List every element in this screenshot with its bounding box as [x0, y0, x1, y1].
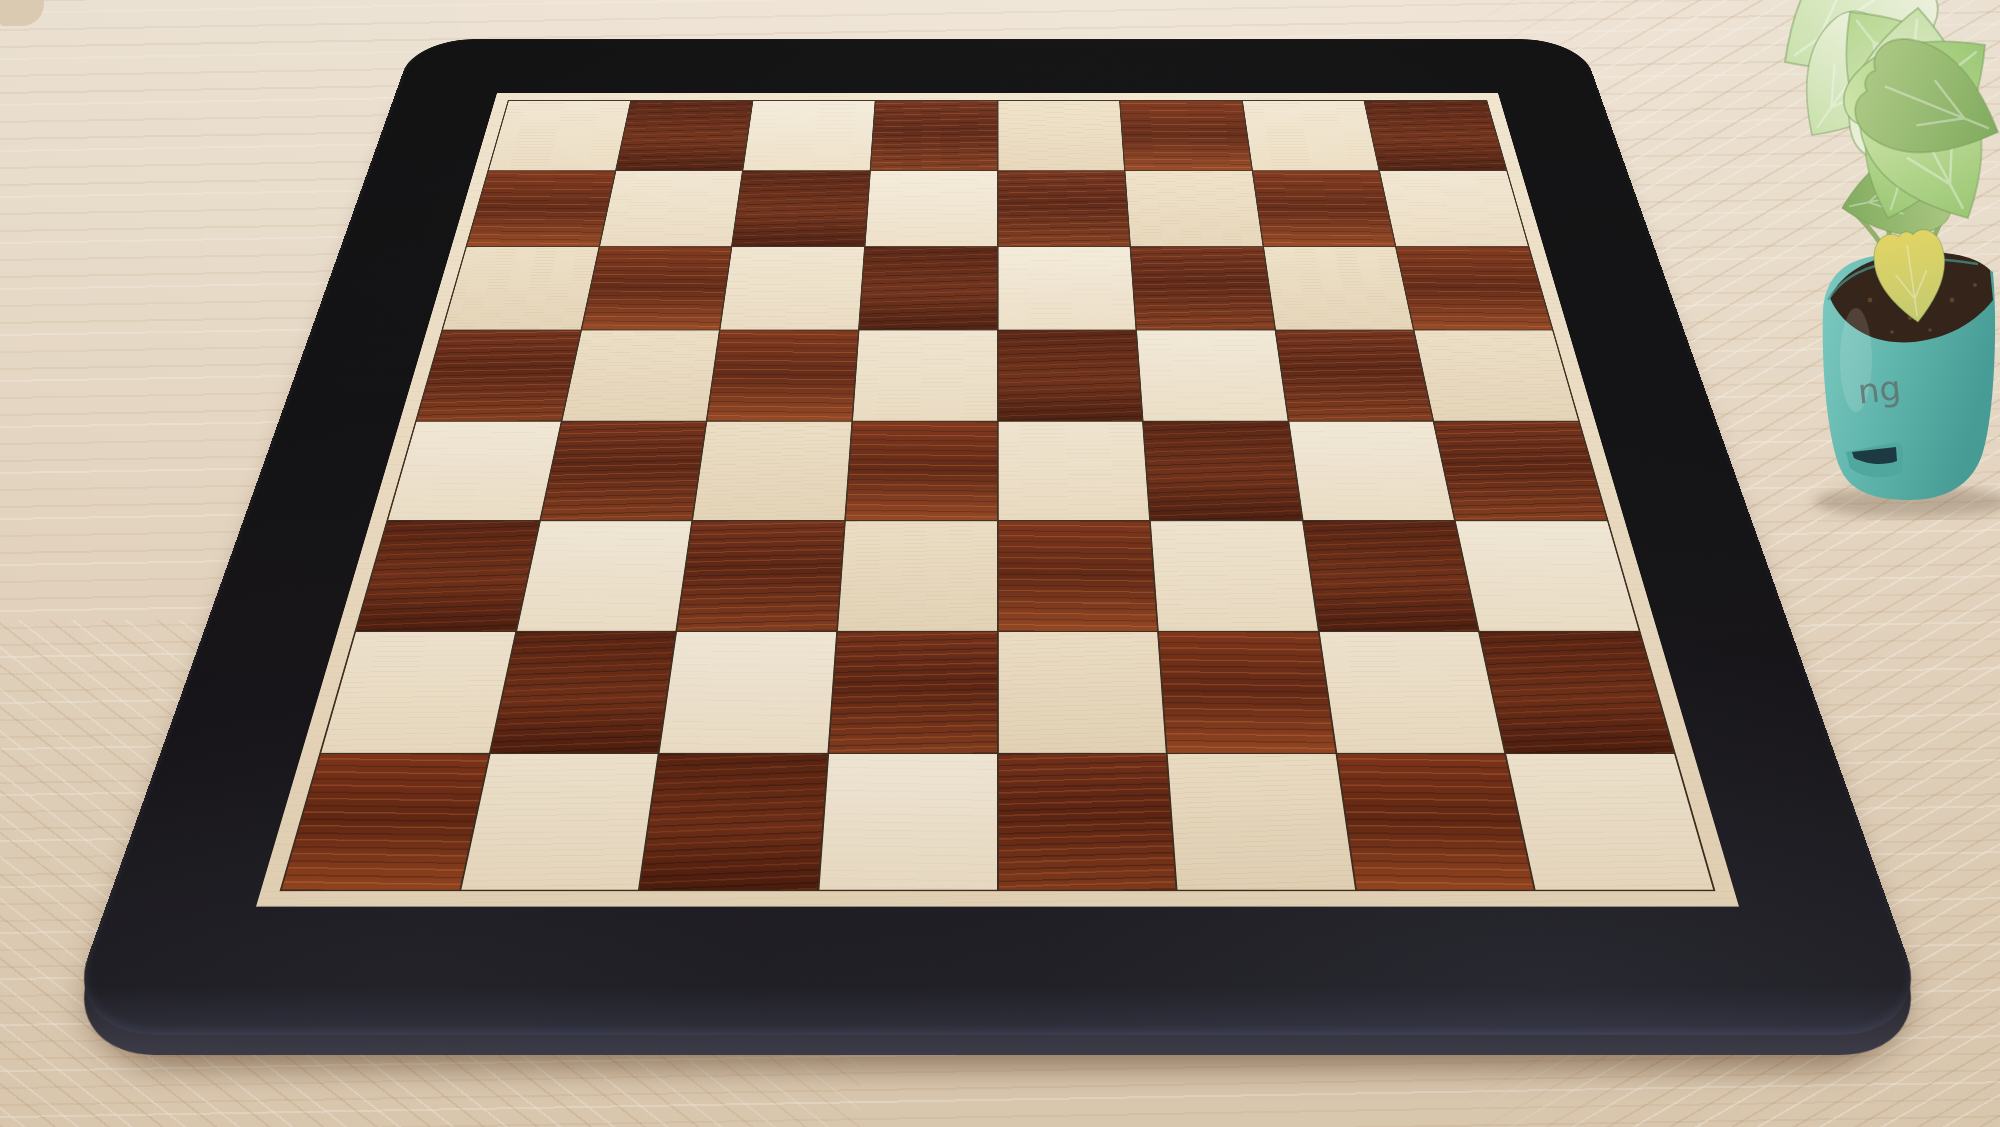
- square-c4[interactable]: [693, 421, 851, 520]
- square-f4[interactable]: [1144, 421, 1302, 520]
- square-c5[interactable]: [708, 330, 858, 420]
- square-c7[interactable]: [733, 171, 870, 246]
- square-h8[interactable]: [1365, 101, 1506, 170]
- square-b6[interactable]: [582, 247, 731, 329]
- square-b4[interactable]: [541, 421, 706, 520]
- pot-logo: ng: [1856, 367, 1903, 411]
- square-f2[interactable]: [1159, 632, 1335, 753]
- square-e5[interactable]: [998, 330, 1142, 420]
- square-d3[interactable]: [838, 521, 997, 630]
- square-b7[interactable]: [600, 171, 742, 246]
- square-a3[interactable]: [356, 521, 538, 630]
- square-f8[interactable]: [1120, 101, 1251, 170]
- square-a4[interactable]: [388, 421, 560, 520]
- square-h7[interactable]: [1380, 171, 1528, 246]
- square-h3[interactable]: [1456, 521, 1638, 630]
- stray-object: [0, 0, 44, 26]
- board-grid: [279, 100, 1715, 891]
- scene: { "game": "chess", "position": "8/8/8/8/…: [0, 0, 2000, 1127]
- chessboard: [60, 39, 1935, 1035]
- square-g8[interactable]: [1243, 101, 1379, 170]
- square-d4[interactable]: [846, 421, 997, 520]
- square-a7[interactable]: [467, 171, 615, 246]
- square-d1[interactable]: [819, 754, 996, 889]
- square-g2[interactable]: [1319, 632, 1504, 753]
- square-b1[interactable]: [461, 754, 658, 889]
- square-b2[interactable]: [490, 632, 675, 753]
- square-d5[interactable]: [853, 330, 997, 420]
- square-f5[interactable]: [1137, 330, 1287, 420]
- square-g5[interactable]: [1276, 330, 1433, 420]
- square-c8[interactable]: [744, 101, 875, 170]
- square-e2[interactable]: [998, 632, 1166, 753]
- potted-plant: ng: [1660, 0, 2000, 520]
- square-f1[interactable]: [1168, 754, 1355, 889]
- square-e7[interactable]: [998, 171, 1129, 246]
- square-h2[interactable]: [1480, 632, 1674, 753]
- square-b5[interactable]: [562, 330, 719, 420]
- square-b3[interactable]: [517, 521, 692, 630]
- square-g1[interactable]: [1337, 754, 1534, 889]
- square-d2[interactable]: [829, 632, 997, 753]
- square-a1[interactable]: [282, 754, 489, 889]
- square-f7[interactable]: [1126, 171, 1263, 246]
- square-f3[interactable]: [1151, 521, 1318, 630]
- square-c1[interactable]: [640, 754, 827, 889]
- square-a8[interactable]: [489, 101, 630, 170]
- square-a2[interactable]: [321, 632, 515, 753]
- square-h1[interactable]: [1507, 754, 1714, 889]
- square-e3[interactable]: [998, 521, 1157, 630]
- square-g6[interactable]: [1264, 247, 1413, 329]
- square-e6[interactable]: [998, 247, 1135, 329]
- square-h5[interactable]: [1415, 330, 1578, 420]
- square-h4[interactable]: [1434, 421, 1606, 520]
- square-c2[interactable]: [660, 632, 836, 753]
- square-a5[interactable]: [417, 330, 580, 420]
- square-e8[interactable]: [998, 101, 1124, 170]
- square-g4[interactable]: [1289, 421, 1454, 520]
- square-a6[interactable]: [443, 247, 598, 329]
- square-c3[interactable]: [677, 521, 844, 630]
- square-g3[interactable]: [1304, 521, 1479, 630]
- square-h6[interactable]: [1397, 247, 1552, 329]
- square-e4[interactable]: [998, 421, 1149, 520]
- square-d7[interactable]: [865, 171, 996, 246]
- maple-inlay-border: [256, 93, 1739, 907]
- square-b8[interactable]: [616, 101, 752, 170]
- square-c6[interactable]: [721, 247, 864, 329]
- square-g7[interactable]: [1253, 171, 1395, 246]
- square-e1[interactable]: [998, 754, 1175, 889]
- square-d6[interactable]: [859, 247, 996, 329]
- square-d8[interactable]: [871, 101, 997, 170]
- square-f6[interactable]: [1131, 247, 1274, 329]
